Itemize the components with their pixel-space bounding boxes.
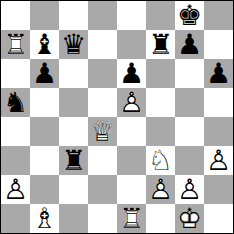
piece-black-pawn[interactable]: ♟ xyxy=(30,59,59,88)
square-a4[interactable] xyxy=(1,117,30,146)
white-pawn-icon: ♙ xyxy=(175,175,204,204)
square-e6[interactable]: ♟ xyxy=(117,59,146,88)
square-f7[interactable]: ♜ xyxy=(146,30,175,59)
square-a3[interactable] xyxy=(1,146,30,175)
square-f1[interactable] xyxy=(146,204,175,233)
white-pawn-icon: ♙ xyxy=(117,88,146,117)
piece-white-rook[interactable]: ♜♖ xyxy=(1,30,30,59)
square-d7[interactable] xyxy=(88,30,117,59)
square-a5[interactable]: ♞ xyxy=(1,88,30,117)
square-f6[interactable] xyxy=(146,59,175,88)
square-g5[interactable] xyxy=(175,88,204,117)
piece-black-bishop[interactable]: ♝ xyxy=(30,30,59,59)
piece-black-king[interactable]: ♚ xyxy=(175,1,204,30)
square-f3[interactable]: ♞♘ xyxy=(146,146,175,175)
piece-white-knight[interactable]: ♞♘ xyxy=(146,146,175,175)
piece-black-pawn[interactable]: ♟ xyxy=(204,59,233,88)
square-c5[interactable] xyxy=(59,88,88,117)
square-a8[interactable] xyxy=(1,1,30,30)
square-d4[interactable]: ♛♕ xyxy=(88,117,117,146)
chess-board-wrap: ♚♜♖♝♛♜♟♟♟♟♞♟♙♛♕♜♞♘♟♙♟♙♟♙♟♙♝♗♜♖♚♔ xyxy=(0,0,234,234)
piece-black-rook[interactable]: ♜ xyxy=(146,30,175,59)
piece-black-queen[interactable]: ♛ xyxy=(59,30,88,59)
black-queen-icon: ♛ xyxy=(59,30,88,59)
square-b3[interactable] xyxy=(30,146,59,175)
black-bishop-icon: ♝ xyxy=(30,30,59,59)
white-rook-icon: ♖ xyxy=(1,30,30,59)
square-h4[interactable] xyxy=(204,117,233,146)
black-rook-icon: ♜ xyxy=(146,30,175,59)
piece-white-pawn[interactable]: ♟♙ xyxy=(1,175,30,204)
square-d1[interactable] xyxy=(88,204,117,233)
square-e5[interactable]: ♟♙ xyxy=(117,88,146,117)
square-f4[interactable] xyxy=(146,117,175,146)
square-b2[interactable] xyxy=(30,175,59,204)
black-pawn-icon: ♟ xyxy=(204,59,233,88)
piece-black-pawn[interactable]: ♟ xyxy=(117,59,146,88)
black-pawn-icon: ♟ xyxy=(175,30,204,59)
square-h3[interactable]: ♟♙ xyxy=(204,146,233,175)
square-g2[interactable]: ♟♙ xyxy=(175,175,204,204)
square-d3[interactable] xyxy=(88,146,117,175)
square-e4[interactable] xyxy=(117,117,146,146)
square-h2[interactable] xyxy=(204,175,233,204)
piece-black-rook[interactable]: ♜ xyxy=(59,146,88,175)
square-h5[interactable] xyxy=(204,88,233,117)
piece-white-rook[interactable]: ♜♖ xyxy=(117,204,146,233)
black-king-icon: ♚ xyxy=(175,1,204,30)
piece-white-bishop[interactable]: ♝♗ xyxy=(30,204,59,233)
square-b1[interactable]: ♝♗ xyxy=(30,204,59,233)
square-c4[interactable] xyxy=(59,117,88,146)
square-d5[interactable] xyxy=(88,88,117,117)
white-pawn-icon: ♙ xyxy=(146,175,175,204)
white-rook-icon: ♖ xyxy=(117,204,146,233)
piece-white-king[interactable]: ♚♔ xyxy=(175,204,204,233)
square-h7[interactable] xyxy=(204,30,233,59)
square-h6[interactable]: ♟ xyxy=(204,59,233,88)
piece-white-pawn[interactable]: ♟♙ xyxy=(175,175,204,204)
square-f5[interactable] xyxy=(146,88,175,117)
square-h1[interactable] xyxy=(204,204,233,233)
square-g6[interactable] xyxy=(175,59,204,88)
square-d8[interactable] xyxy=(88,1,117,30)
square-h8[interactable] xyxy=(204,1,233,30)
square-c6[interactable] xyxy=(59,59,88,88)
square-e1[interactable]: ♜♖ xyxy=(117,204,146,233)
square-c8[interactable] xyxy=(59,1,88,30)
square-f8[interactable] xyxy=(146,1,175,30)
piece-black-knight[interactable]: ♞ xyxy=(1,88,30,117)
white-pawn-icon: ♙ xyxy=(1,175,30,204)
square-d6[interactable] xyxy=(88,59,117,88)
square-a6[interactable] xyxy=(1,59,30,88)
square-g4[interactable] xyxy=(175,117,204,146)
white-bishop-icon: ♗ xyxy=(30,204,59,233)
piece-white-pawn[interactable]: ♟♙ xyxy=(117,88,146,117)
square-b4[interactable] xyxy=(30,117,59,146)
square-a1[interactable] xyxy=(1,204,30,233)
square-f2[interactable]: ♟♙ xyxy=(146,175,175,204)
black-rook-icon: ♜ xyxy=(59,146,88,175)
square-a2[interactable]: ♟♙ xyxy=(1,175,30,204)
chess-board: ♚♜♖♝♛♜♟♟♟♟♞♟♙♛♕♜♞♘♟♙♟♙♟♙♟♙♝♗♜♖♚♔ xyxy=(0,0,234,234)
white-king-icon: ♔ xyxy=(175,204,204,233)
square-g3[interactable] xyxy=(175,146,204,175)
white-pawn-icon: ♙ xyxy=(204,146,233,175)
piece-white-queen[interactable]: ♛♕ xyxy=(88,117,117,146)
square-g7[interactable]: ♟ xyxy=(175,30,204,59)
black-pawn-icon: ♟ xyxy=(30,59,59,88)
square-c1[interactable] xyxy=(59,204,88,233)
square-g8[interactable]: ♚ xyxy=(175,1,204,30)
square-e2[interactable] xyxy=(117,175,146,204)
square-e8[interactable] xyxy=(117,1,146,30)
black-knight-icon: ♞ xyxy=(1,88,30,117)
white-queen-icon: ♕ xyxy=(88,117,117,146)
square-b7[interactable]: ♝ xyxy=(30,30,59,59)
black-pawn-icon: ♟ xyxy=(117,59,146,88)
piece-white-pawn[interactable]: ♟♙ xyxy=(146,175,175,204)
square-b5[interactable] xyxy=(30,88,59,117)
square-g1[interactable]: ♚♔ xyxy=(175,204,204,233)
square-a7[interactable]: ♜♖ xyxy=(1,30,30,59)
piece-white-pawn[interactable]: ♟♙ xyxy=(204,146,233,175)
square-e7[interactable] xyxy=(117,30,146,59)
square-e3[interactable] xyxy=(117,146,146,175)
square-b8[interactable] xyxy=(30,1,59,30)
square-b6[interactable]: ♟ xyxy=(30,59,59,88)
square-c2[interactable] xyxy=(59,175,88,204)
piece-black-pawn[interactable]: ♟ xyxy=(175,30,204,59)
white-knight-icon: ♘ xyxy=(146,146,175,175)
square-c3[interactable]: ♜ xyxy=(59,146,88,175)
square-d2[interactable] xyxy=(88,175,117,204)
square-c7[interactable]: ♛ xyxy=(59,30,88,59)
